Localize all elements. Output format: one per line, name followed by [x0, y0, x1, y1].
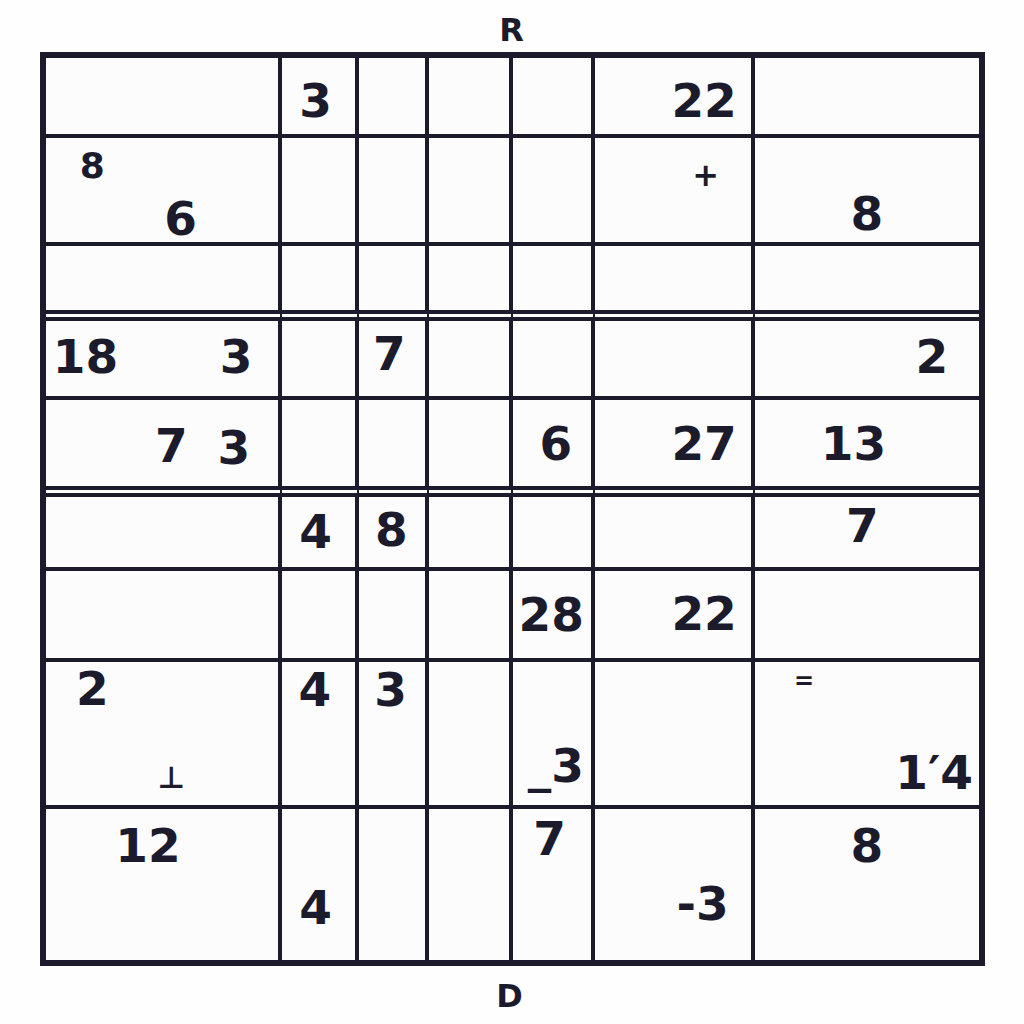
cell-r5c3[interactable] [359, 400, 429, 497]
cell-r3c4[interactable] [429, 246, 513, 321]
cell-r9c1[interactable]: 12 [46, 809, 282, 960]
cell-r8c7[interactable]: = 1′4 [755, 662, 979, 809]
cell-value-r7c6: 22 [671, 589, 736, 636]
cell-r5c5[interactable]: 6 [513, 400, 595, 497]
cell-r7c3[interactable] [359, 571, 429, 662]
cell-r5c7[interactable]: 13 [755, 400, 979, 497]
cell-r1c7[interactable] [755, 58, 979, 138]
cell-value-r7c5: 28 [518, 590, 583, 637]
cell-value-r5c1a: 7 [155, 422, 188, 469]
cell-r4c5[interactable] [513, 321, 595, 400]
cell-value-r8c2: 4 [298, 666, 331, 713]
cell-value-r4c7: 2 [916, 332, 949, 379]
cell-r2c3[interactable] [359, 138, 429, 247]
cell-value-r2c6: + [692, 159, 719, 191]
cell-value-r2c1a: 8 [80, 148, 105, 184]
puzzle-page: R 3 22 8 6 + 8 [0, 0, 1024, 1024]
cell-r3c7[interactable] [755, 246, 979, 321]
cell-value-r1c6: 22 [671, 76, 736, 123]
cell-r7c6[interactable]: 22 [595, 571, 755, 662]
cell-value-r2c1b: 6 [164, 195, 197, 242]
cell-r9c7[interactable]: 8 [755, 809, 979, 960]
cell-value-r5c1b: 3 [218, 423, 251, 470]
cell-r3c3[interactable] [359, 246, 429, 321]
cell-r9c2[interactable]: 4 [282, 809, 359, 960]
cell-value-r4c1a: 18 [53, 332, 118, 379]
cell-r4c4[interactable] [429, 321, 513, 400]
cell-r4c6[interactable] [595, 321, 755, 400]
cell-r9c6[interactable]: -3 [595, 809, 755, 960]
perpendicular-symbol: ⊥ [158, 763, 185, 793]
cell-r9c4[interactable] [429, 809, 513, 960]
cell-r5c4[interactable] [429, 400, 513, 497]
cell-value-r9c1: 12 [115, 822, 180, 869]
cell-r2c4[interactable] [429, 138, 513, 247]
cell-r6c6[interactable] [595, 497, 755, 571]
top-label: R [499, 11, 525, 49]
cell-r7c5[interactable]: 28 [513, 571, 595, 662]
cell-r2c5[interactable] [513, 138, 595, 247]
cell-r6c1[interactable] [46, 497, 282, 571]
cell-value-r5c6: 27 [671, 420, 736, 467]
cell-r8c5[interactable]: _3 [513, 662, 595, 809]
cell-r4c3[interactable]: 7 [359, 321, 429, 400]
cell-r2c7[interactable]: 8 [755, 138, 979, 247]
cell-r7c4[interactable] [429, 571, 513, 662]
bottom-label: D [496, 977, 524, 1015]
cell-r8c2[interactable]: 4 [282, 662, 359, 809]
cell-r4c2[interactable] [282, 321, 359, 400]
cell-r4c1[interactable]: 18 3 [46, 321, 282, 400]
cell-r6c4[interactable] [429, 497, 513, 571]
cell-value-r6c3: 8 [375, 506, 408, 553]
cell-r8c1[interactable]: 2 ⊥ [46, 662, 282, 809]
board: 3 22 8 6 + 8 18 [40, 52, 985, 966]
cell-r5c2[interactable] [282, 400, 359, 497]
cell-value-r8c1a: 2 [76, 664, 109, 711]
cell-r5c1[interactable]: 7 3 [46, 400, 282, 497]
cell-value-r8c7b: 1′4 [895, 749, 973, 796]
cell-r9c3[interactable] [359, 809, 429, 960]
cell-value-r1c2: 3 [299, 76, 332, 123]
cell-value-r9c6: -3 [676, 879, 728, 926]
cell-r2c6[interactable]: + [595, 138, 755, 247]
cell-value-r9c5: 7 [533, 814, 566, 861]
cell-r8c4[interactable] [429, 662, 513, 809]
cell-r7c7[interactable] [755, 571, 979, 662]
cell-value-r5c5: 6 [539, 420, 572, 467]
cell-r8c6[interactable] [595, 662, 755, 809]
cell-value-r8c5: _3 [528, 741, 584, 788]
cell-value-r6c7: 7 [846, 502, 879, 549]
cell-value-r4c1b: 3 [220, 332, 253, 379]
equals-symbol: = [794, 669, 814, 693]
cell-r7c1[interactable] [46, 571, 282, 662]
cell-value-r2c7: 8 [851, 190, 884, 237]
cell-r9c5[interactable]: 7 [513, 809, 595, 960]
cell-r1c1[interactable] [46, 58, 282, 138]
cell-r1c2[interactable]: 3 [282, 58, 359, 138]
cell-value-r8c3: 3 [374, 666, 407, 713]
cell-r2c1[interactable]: 8 6 [46, 138, 282, 247]
cell-r1c6[interactable]: 22 [595, 58, 755, 138]
cell-r2c2[interactable] [282, 138, 359, 247]
cell-r6c7[interactable]: 7 [755, 497, 979, 571]
cell-r3c1[interactable] [46, 246, 282, 321]
cell-value-r5c7: 13 [821, 420, 886, 467]
cell-r3c5[interactable] [513, 246, 595, 321]
cell-r3c2[interactable] [282, 246, 359, 321]
cell-r7c2[interactable] [282, 571, 359, 662]
cell-r3c6[interactable] [595, 246, 755, 321]
cell-r1c4[interactable] [429, 58, 513, 138]
cell-r6c2[interactable]: 4 [282, 497, 359, 571]
cell-r6c3[interactable]: 8 [359, 497, 429, 571]
cell-r8c3[interactable]: 3 [359, 662, 429, 809]
cell-value-r9c7: 8 [851, 822, 884, 869]
cell-value-r6c2: 4 [299, 507, 332, 554]
cell-value-r4c3: 7 [373, 329, 406, 376]
cell-r1c5[interactable] [513, 58, 595, 138]
cell-r5c6[interactable]: 27 [595, 400, 755, 497]
cell-r1c3[interactable] [359, 58, 429, 138]
cell-r6c5[interactable] [513, 497, 595, 571]
cell-value-r9c2: 4 [299, 884, 332, 931]
cell-r4c7[interactable]: 2 [755, 321, 979, 400]
